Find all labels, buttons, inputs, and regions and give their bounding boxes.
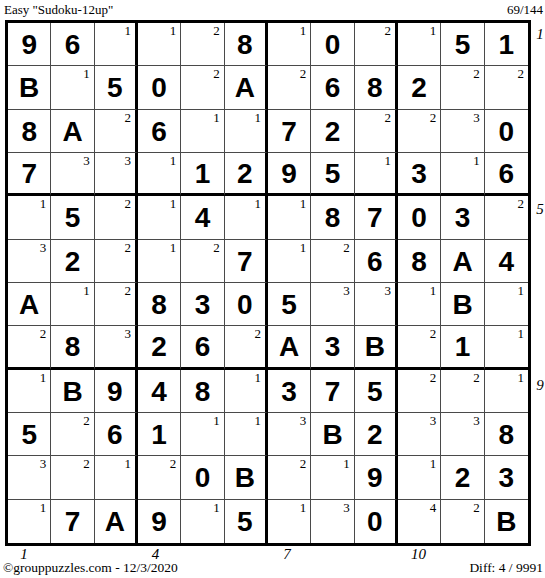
cell-value: 2 bbox=[237, 160, 253, 188]
cell-value: B bbox=[452, 291, 472, 319]
cell-r9c8[interactable]: 7 bbox=[311, 370, 354, 413]
cell-r2c1[interactable]: B bbox=[8, 66, 51, 109]
cell-r12c10[interactable]: 4 bbox=[398, 500, 441, 543]
cell-r12c8[interactable]: 3 bbox=[311, 500, 354, 543]
cell-r3c3[interactable]: 2 bbox=[95, 110, 138, 153]
cell-value: A bbox=[235, 74, 255, 102]
cell-r6c3[interactable]: 2 bbox=[95, 240, 138, 283]
corner-mark: 3 bbox=[473, 111, 480, 125]
corner-mark: 1 bbox=[343, 457, 350, 471]
cell-r1c4[interactable]: 1 bbox=[138, 23, 181, 66]
corner-mark: 1 bbox=[40, 197, 47, 211]
cell-r4c1[interactable]: 7 bbox=[8, 153, 51, 196]
cell-r7c4[interactable]: 8 bbox=[138, 283, 181, 326]
corner-mark: 3 bbox=[40, 457, 47, 471]
cell-r2c2[interactable]: 1 bbox=[51, 66, 94, 109]
cell-value: 0 bbox=[151, 74, 167, 102]
cell-r7c6[interactable]: 0 bbox=[225, 283, 268, 326]
corner-mark: 3 bbox=[473, 414, 480, 428]
row-label-5: 5 bbox=[535, 202, 545, 217]
cell-r5c6[interactable]: 1 bbox=[225, 196, 268, 239]
cell-r2c3[interactable]: 5 bbox=[95, 66, 138, 109]
cell-r11c5[interactable]: 0 bbox=[181, 456, 224, 499]
cell-value: 2 bbox=[325, 118, 341, 146]
corner-mark: 2 bbox=[124, 197, 131, 211]
cell-value: 8 bbox=[499, 421, 515, 449]
cell-r6c1[interactable]: 3 bbox=[8, 240, 51, 283]
corner-mark: 1 bbox=[254, 197, 261, 211]
cell-r2c9[interactable]: 8 bbox=[355, 66, 398, 109]
corner-mark: 1 bbox=[170, 197, 177, 211]
cell-r3c7[interactable]: 7 bbox=[268, 110, 311, 153]
row-label-9: 9 bbox=[535, 378, 545, 393]
copyright-text: ©grouppuzzles.com - 12/3/2020 bbox=[3, 560, 178, 576]
corner-mark: 2 bbox=[384, 24, 391, 38]
cell-r6c10[interactable]: 8 bbox=[398, 240, 441, 283]
corner-mark: 1 bbox=[517, 327, 524, 341]
cell-value: 5 bbox=[325, 160, 341, 188]
cell-r5c11[interactable]: 3 bbox=[441, 196, 484, 239]
corner-mark: 1 bbox=[213, 501, 220, 515]
corner-mark: 2 bbox=[124, 111, 131, 125]
cell-value: 0 bbox=[367, 508, 383, 536]
cell-value: 5 bbox=[21, 421, 37, 449]
corner-mark: 1 bbox=[430, 24, 437, 38]
cell-r8c9[interactable]: B bbox=[355, 326, 398, 369]
corner-mark: 1 bbox=[83, 67, 90, 81]
cell-counter: 69/144 bbox=[507, 2, 543, 18]
cell-value: 8 bbox=[65, 333, 81, 361]
cell-r10c12[interactable]: 8 bbox=[485, 413, 528, 456]
cell-r8c1[interactable]: 2 bbox=[8, 326, 51, 369]
cell-value: 7 bbox=[237, 248, 253, 276]
cell-value: 8 bbox=[195, 378, 211, 406]
cell-r5c3[interactable]: 2 bbox=[95, 196, 138, 239]
cell-r5c2[interactable]: 5 bbox=[51, 196, 94, 239]
corner-mark: 3 bbox=[40, 241, 47, 255]
corner-mark: 1 bbox=[300, 241, 307, 255]
cell-value: 0 bbox=[195, 464, 211, 492]
cell-r2c11[interactable]: 2 bbox=[441, 66, 484, 109]
cell-r3c8[interactable]: 2 bbox=[311, 110, 354, 153]
cell-r9c2[interactable]: B bbox=[51, 370, 94, 413]
cell-r10c5[interactable]: 1 bbox=[181, 413, 224, 456]
cell-r4c2[interactable]: 3 bbox=[51, 153, 94, 196]
cell-value: 0 bbox=[411, 204, 427, 232]
cell-value: 6 bbox=[65, 31, 81, 59]
cell-value: 6 bbox=[367, 248, 383, 276]
corner-mark: 2 bbox=[473, 501, 480, 515]
cell-r3c10[interactable]: 2 bbox=[398, 110, 441, 153]
cell-value: 3 bbox=[281, 378, 297, 406]
corner-mark: 2 bbox=[300, 67, 307, 81]
corner-mark: 2 bbox=[83, 457, 90, 471]
corner-mark: 1 bbox=[300, 501, 307, 515]
cell-value: 0 bbox=[499, 118, 515, 146]
cell-value: A bbox=[452, 248, 472, 276]
cell-r6c5[interactable]: 2 bbox=[181, 240, 224, 283]
cell-r8c2[interactable]: 8 bbox=[51, 326, 94, 369]
corner-mark: 2 bbox=[213, 241, 220, 255]
corner-mark: 2 bbox=[473, 67, 480, 81]
cell-value: 7 bbox=[325, 378, 341, 406]
corner-mark: 2 bbox=[430, 327, 437, 341]
cell-value: 1 bbox=[455, 333, 471, 361]
corner-mark: 2 bbox=[254, 327, 261, 341]
cell-r4c3[interactable]: 3 bbox=[95, 153, 138, 196]
cell-r1c11[interactable]: 5 bbox=[441, 23, 484, 66]
cell-value: 1 bbox=[195, 160, 211, 188]
cell-r11c9[interactable]: 9 bbox=[355, 456, 398, 499]
cell-r9c12[interactable]: 1 bbox=[485, 370, 528, 413]
cell-value: A bbox=[62, 118, 82, 146]
corner-mark: 2 bbox=[384, 111, 391, 125]
cell-r1c1[interactable]: 9 bbox=[8, 23, 51, 66]
cell-value: 2 bbox=[455, 464, 471, 492]
cell-r5c10[interactable]: 0 bbox=[398, 196, 441, 239]
cell-value: 3 bbox=[411, 160, 427, 188]
cell-r2c10[interactable]: 2 bbox=[398, 66, 441, 109]
cell-r10c4[interactable]: 1 bbox=[138, 413, 181, 456]
cell-r11c6[interactable]: B bbox=[225, 456, 268, 499]
cell-r8c5[interactable]: 6 bbox=[181, 326, 224, 369]
cell-value: 5 bbox=[107, 74, 123, 102]
cell-value: 5 bbox=[281, 291, 297, 319]
cell-r10c8[interactable]: B bbox=[311, 413, 354, 456]
cell-value: 7 bbox=[281, 118, 297, 146]
corner-mark: 1 bbox=[170, 24, 177, 38]
cell-r3c4[interactable]: 6 bbox=[138, 110, 181, 153]
cell-value: 3 bbox=[195, 291, 211, 319]
corner-mark: 2 bbox=[343, 241, 350, 255]
corner-mark: 1 bbox=[384, 154, 391, 168]
cell-r7c8[interactable]: 3 bbox=[311, 283, 354, 326]
cell-r7c2[interactable]: 1 bbox=[51, 283, 94, 326]
corner-mark: 2 bbox=[430, 371, 437, 385]
cell-value: B bbox=[322, 421, 342, 449]
cell-r1c12[interactable]: 1 bbox=[485, 23, 528, 66]
cell-r4c7[interactable]: 9 bbox=[268, 153, 311, 196]
corner-mark: 3 bbox=[124, 154, 131, 168]
corner-mark: 1 bbox=[213, 414, 220, 428]
cell-r7c11[interactable]: B bbox=[441, 283, 484, 326]
cell-r9c4[interactable]: 4 bbox=[138, 370, 181, 413]
cell-r2c8[interactable]: 6 bbox=[311, 66, 354, 109]
difficulty-text: Diff: 4 / 9991 bbox=[469, 560, 543, 576]
corner-mark: 1 bbox=[430, 284, 437, 298]
cell-r4c9[interactable]: 1 bbox=[355, 153, 398, 196]
cell-value: 0 bbox=[237, 291, 253, 319]
cell-r7c7[interactable]: 5 bbox=[268, 283, 311, 326]
cell-value: 9 bbox=[21, 31, 37, 59]
cell-value: 7 bbox=[21, 160, 37, 188]
corner-mark: 1 bbox=[83, 284, 90, 298]
cell-r1c2[interactable]: 6 bbox=[51, 23, 94, 66]
cell-r11c4[interactable]: 2 bbox=[138, 456, 181, 499]
cell-r5c12[interactable]: 2 bbox=[485, 196, 528, 239]
corner-mark: 3 bbox=[124, 327, 131, 341]
corner-mark: 2 bbox=[430, 111, 437, 125]
cell-value: 6 bbox=[325, 74, 341, 102]
cell-r8c10[interactable]: 2 bbox=[398, 326, 441, 369]
cell-value: 9 bbox=[367, 464, 383, 492]
cell-r6c7[interactable]: 1 bbox=[268, 240, 311, 283]
cell-r11c10[interactable]: 1 bbox=[398, 456, 441, 499]
corner-mark: 1 bbox=[517, 371, 524, 385]
cell-r11c12[interactable]: 3 bbox=[485, 456, 528, 499]
cell-r10c6[interactable]: 1 bbox=[225, 413, 268, 456]
cell-r2c5[interactable]: 2 bbox=[181, 66, 224, 109]
cell-value: B bbox=[19, 74, 39, 102]
cell-r12c2[interactable]: 7 bbox=[51, 500, 94, 543]
cell-r1c6[interactable]: 8 bbox=[225, 23, 268, 66]
corner-mark: 1 bbox=[40, 501, 47, 515]
cell-r6c12[interactable]: 4 bbox=[485, 240, 528, 283]
cell-r2c4[interactable]: 0 bbox=[138, 66, 181, 109]
cell-r3c2[interactable]: A bbox=[51, 110, 94, 153]
cell-r4c12[interactable]: 6 bbox=[485, 153, 528, 196]
cell-r9c9[interactable]: 5 bbox=[355, 370, 398, 413]
cell-value: 2 bbox=[65, 248, 81, 276]
cell-r3c1[interactable]: 8 bbox=[8, 110, 51, 153]
cell-value: 7 bbox=[65, 508, 81, 536]
corner-mark: 1 bbox=[473, 154, 480, 168]
cell-r4c5[interactable]: 1 bbox=[181, 153, 224, 196]
corner-mark: 2 bbox=[213, 67, 220, 81]
cell-r2c6[interactable]: A bbox=[225, 66, 268, 109]
cell-value: 4 bbox=[499, 248, 515, 276]
row-label-1: 1 bbox=[535, 27, 545, 42]
cell-r6c6[interactable]: 7 bbox=[225, 240, 268, 283]
col-label-7: 7 bbox=[276, 547, 298, 562]
corner-mark: 2 bbox=[170, 457, 177, 471]
cell-r7c5[interactable]: 3 bbox=[181, 283, 224, 326]
corner-mark: 2 bbox=[40, 327, 47, 341]
cell-r12c11[interactable]: 2 bbox=[441, 500, 484, 543]
corner-mark: 2 bbox=[473, 371, 480, 385]
cell-value: A bbox=[19, 291, 39, 319]
cell-value: 6 bbox=[107, 421, 123, 449]
cell-value: 8 bbox=[325, 204, 341, 232]
cell-r7c10[interactable]: 1 bbox=[398, 283, 441, 326]
cell-value: 2 bbox=[151, 333, 167, 361]
cell-r7c9[interactable]: 3 bbox=[355, 283, 398, 326]
cell-value: B bbox=[496, 508, 516, 536]
cell-r2c12[interactable]: 2 bbox=[485, 66, 528, 109]
cell-value: 3 bbox=[455, 204, 471, 232]
cell-r8c6[interactable]: 2 bbox=[225, 326, 268, 369]
cell-value: 5 bbox=[65, 204, 81, 232]
corner-mark: 2 bbox=[300, 457, 307, 471]
cell-r10c2[interactable]: 2 bbox=[51, 413, 94, 456]
cell-r9c7[interactable]: 3 bbox=[268, 370, 311, 413]
cell-value: 9 bbox=[151, 508, 167, 536]
corner-mark: 3 bbox=[430, 414, 437, 428]
cell-r3c9[interactable]: 2 bbox=[355, 110, 398, 153]
cell-r12c12[interactable]: B bbox=[485, 500, 528, 543]
cell-value: 6 bbox=[195, 333, 211, 361]
cell-r3c6[interactable]: 1 bbox=[225, 110, 268, 153]
cell-r11c1[interactable]: 3 bbox=[8, 456, 51, 499]
corner-mark: 1 bbox=[300, 24, 307, 38]
cell-r7c12[interactable]: 1 bbox=[485, 283, 528, 326]
cell-r9c5[interactable]: 8 bbox=[181, 370, 224, 413]
cell-r9c1[interactable]: 1 bbox=[8, 370, 51, 413]
corner-mark: 3 bbox=[343, 501, 350, 515]
corner-mark: 3 bbox=[343, 284, 350, 298]
cell-r10c11[interactable]: 3 bbox=[441, 413, 484, 456]
cell-value: 5 bbox=[367, 378, 383, 406]
cell-value: 2 bbox=[367, 421, 383, 449]
cell-value: 8 bbox=[21, 118, 37, 146]
puzzle-title: Easy "Sudoku-12up" bbox=[4, 2, 113, 18]
cell-value: A bbox=[105, 508, 125, 536]
cell-r5c1[interactable]: 1 bbox=[8, 196, 51, 239]
cell-value: 8 bbox=[411, 248, 427, 276]
cell-r8c8[interactable]: 3 bbox=[311, 326, 354, 369]
cell-value: 0 bbox=[325, 31, 341, 59]
corner-mark: 1 bbox=[40, 371, 47, 385]
cell-value: 8 bbox=[237, 31, 253, 59]
cell-r8c11[interactable]: 1 bbox=[441, 326, 484, 369]
cell-r6c8[interactable]: 2 bbox=[311, 240, 354, 283]
cell-value: A bbox=[279, 333, 299, 361]
cell-r11c8[interactable]: 1 bbox=[311, 456, 354, 499]
corner-mark: 1 bbox=[430, 457, 437, 471]
cell-r12c7[interactable]: 1 bbox=[268, 500, 311, 543]
cell-r1c3[interactable]: 1 bbox=[95, 23, 138, 66]
cell-r10c3[interactable]: 6 bbox=[95, 413, 138, 456]
cell-r6c4[interactable]: 1 bbox=[138, 240, 181, 283]
corner-mark: 1 bbox=[170, 154, 177, 168]
cell-r8c3[interactable]: 3 bbox=[95, 326, 138, 369]
cell-r10c1[interactable]: 5 bbox=[8, 413, 51, 456]
cell-r12c1[interactable]: 1 bbox=[8, 500, 51, 543]
cell-r10c9[interactable]: 2 bbox=[355, 413, 398, 456]
corner-mark: 1 bbox=[517, 284, 524, 298]
cell-value: 4 bbox=[195, 204, 211, 232]
cell-r3c12[interactable]: 0 bbox=[485, 110, 528, 153]
cell-value: 6 bbox=[499, 160, 515, 188]
cell-r12c5[interactable]: 1 bbox=[181, 500, 224, 543]
corner-mark: 1 bbox=[124, 457, 131, 471]
puzzle-page: Easy "Sudoku-12up" 69/144 961128102151B1… bbox=[0, 0, 545, 578]
cell-value: 9 bbox=[107, 378, 123, 406]
cell-r5c9[interactable]: 7 bbox=[355, 196, 398, 239]
cell-r4c8[interactable]: 5 bbox=[311, 153, 354, 196]
cell-r1c7[interactable]: 1 bbox=[268, 23, 311, 66]
corner-mark: 3 bbox=[300, 414, 307, 428]
corner-mark: 2 bbox=[517, 197, 524, 211]
cell-r9c6[interactable]: 1 bbox=[225, 370, 268, 413]
cell-r10c10[interactable]: 3 bbox=[398, 413, 441, 456]
cell-r11c7[interactable]: 2 bbox=[268, 456, 311, 499]
cell-r5c4[interactable]: 1 bbox=[138, 196, 181, 239]
cell-r8c12[interactable]: 1 bbox=[485, 326, 528, 369]
cell-value: 4 bbox=[151, 378, 167, 406]
cell-r12c3[interactable]: A bbox=[95, 500, 138, 543]
cell-r4c4[interactable]: 1 bbox=[138, 153, 181, 196]
cell-r8c7[interactable]: A bbox=[268, 326, 311, 369]
corner-mark: 1 bbox=[300, 197, 307, 211]
cell-value: 7 bbox=[367, 204, 383, 232]
cell-value: 6 bbox=[151, 118, 167, 146]
cell-r9c3[interactable]: 9 bbox=[95, 370, 138, 413]
corner-mark: 2 bbox=[213, 24, 220, 38]
cell-r5c5[interactable]: 4 bbox=[181, 196, 224, 239]
corner-mark: 1 bbox=[254, 111, 261, 125]
corner-mark: 2 bbox=[124, 241, 131, 255]
cell-r4c6[interactable]: 2 bbox=[225, 153, 268, 196]
cell-r12c9[interactable]: 0 bbox=[355, 500, 398, 543]
cell-value: 2 bbox=[411, 74, 427, 102]
cell-r11c11[interactable]: 2 bbox=[441, 456, 484, 499]
cell-r5c7[interactable]: 1 bbox=[268, 196, 311, 239]
corner-mark: 1 bbox=[170, 241, 177, 255]
cell-value: 1 bbox=[151, 421, 167, 449]
corner-mark: 1 bbox=[254, 371, 261, 385]
cell-r12c4[interactable]: 9 bbox=[138, 500, 181, 543]
cell-r5c8[interactable]: 8 bbox=[311, 196, 354, 239]
cell-r1c5[interactable]: 2 bbox=[181, 23, 224, 66]
cell-value: 5 bbox=[237, 508, 253, 536]
cell-r9c11[interactable]: 2 bbox=[441, 370, 484, 413]
cell-r12c6[interactable]: 5 bbox=[225, 500, 268, 543]
corner-mark: 4 bbox=[430, 501, 437, 515]
cell-r9c10[interactable]: 2 bbox=[398, 370, 441, 413]
cell-r4c11[interactable]: 1 bbox=[441, 153, 484, 196]
cell-r3c5[interactable]: 1 bbox=[181, 110, 224, 153]
cell-value: 9 bbox=[281, 160, 297, 188]
cell-r6c11[interactable]: A bbox=[441, 240, 484, 283]
cell-value: 8 bbox=[367, 74, 383, 102]
cell-r4c10[interactable]: 3 bbox=[398, 153, 441, 196]
corner-mark: 3 bbox=[384, 284, 391, 298]
corner-mark: 2 bbox=[83, 414, 90, 428]
cell-value: B bbox=[62, 378, 82, 406]
cell-r1c9[interactable]: 2 bbox=[355, 23, 398, 66]
cell-r11c3[interactable]: 1 bbox=[95, 456, 138, 499]
cell-value: B bbox=[365, 333, 385, 361]
cell-value: 8 bbox=[151, 291, 167, 319]
cell-value: 3 bbox=[499, 464, 515, 492]
cell-r3c11[interactable]: 3 bbox=[441, 110, 484, 153]
cell-r1c8[interactable]: 0 bbox=[311, 23, 354, 66]
cell-r11c2[interactable]: 2 bbox=[51, 456, 94, 499]
cell-r6c9[interactable]: 6 bbox=[355, 240, 398, 283]
cell-value: 5 bbox=[455, 31, 471, 59]
corner-mark: 1 bbox=[213, 111, 220, 125]
col-label-10: 10 bbox=[408, 547, 430, 562]
corner-mark: 1 bbox=[254, 414, 261, 428]
cell-r7c1[interactable]: A bbox=[8, 283, 51, 326]
cell-value: 3 bbox=[325, 333, 341, 361]
cell-value: 1 bbox=[499, 31, 515, 59]
corner-mark: 3 bbox=[83, 154, 90, 168]
cell-value: B bbox=[235, 464, 255, 492]
sudoku-board: 961128102151B1502A2682228A26117222307331… bbox=[5, 20, 531, 546]
corner-mark: 1 bbox=[124, 24, 131, 38]
cell-r10c7[interactable]: 3 bbox=[268, 413, 311, 456]
cell-r6c2[interactable]: 2 bbox=[51, 240, 94, 283]
corner-mark: 2 bbox=[124, 284, 131, 298]
cell-r8c4[interactable]: 2 bbox=[138, 326, 181, 369]
cell-r7c3[interactable]: 2 bbox=[95, 283, 138, 326]
cell-r2c7[interactable]: 2 bbox=[268, 66, 311, 109]
cell-r1c10[interactable]: 1 bbox=[398, 23, 441, 66]
corner-mark: 2 bbox=[517, 67, 524, 81]
